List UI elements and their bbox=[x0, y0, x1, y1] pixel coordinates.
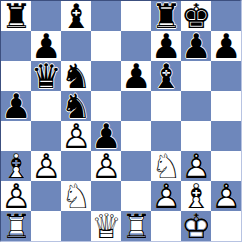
square-b2[interactable] bbox=[31, 181, 61, 211]
square-h7[interactable]: ♟ bbox=[211, 31, 241, 61]
white-rook[interactable]: ♜♖ bbox=[121, 211, 151, 241]
square-g5[interactable] bbox=[181, 91, 211, 121]
piece-outline: ♕ bbox=[91, 211, 121, 241]
black-bishop[interactable]: ♝ bbox=[61, 1, 91, 31]
black-queen[interactable]: ♛ bbox=[31, 61, 61, 91]
white-knight[interactable]: ♞♘ bbox=[61, 181, 91, 211]
white-pawn[interactable]: ♟♙ bbox=[31, 151, 61, 181]
black-rook[interactable]: ♜ bbox=[1, 1, 31, 31]
square-d6[interactable] bbox=[91, 61, 121, 91]
square-h6[interactable] bbox=[211, 61, 241, 91]
square-c1[interactable] bbox=[61, 211, 91, 241]
piece-outline: ♙ bbox=[91, 151, 121, 181]
square-h1[interactable] bbox=[211, 211, 241, 241]
piece-outline: ♙ bbox=[151, 181, 181, 211]
square-b3[interactable]: ♟♙ bbox=[31, 151, 61, 181]
square-h2[interactable]: ♟♙ bbox=[211, 181, 241, 211]
square-d1[interactable]: ♛♕ bbox=[91, 211, 121, 241]
piece-outline: ♙ bbox=[211, 181, 241, 211]
black-pawn[interactable]: ♟ bbox=[181, 31, 211, 61]
piece-outline: ♖ bbox=[1, 211, 31, 241]
square-a7[interactable] bbox=[1, 31, 31, 61]
square-h5[interactable] bbox=[211, 91, 241, 121]
square-e3[interactable] bbox=[121, 151, 151, 181]
piece-outline: ♔ bbox=[181, 211, 211, 241]
square-f2[interactable]: ♟♙ bbox=[151, 181, 181, 211]
piece-outline: ♙ bbox=[61, 121, 91, 151]
square-e4[interactable] bbox=[121, 121, 151, 151]
chess-board: ♜♝♜♚♟♟♟♟♛♞♟♝♟♞♟♙♟♝♗♟♙♟♙♞♘♟♙♟♙♞♘♟♙♝♗♟♙♜♖♛… bbox=[0, 0, 242, 242]
square-c4[interactable]: ♟♙ bbox=[61, 121, 91, 151]
black-pawn[interactable]: ♟ bbox=[1, 91, 31, 121]
square-b5[interactable] bbox=[31, 91, 61, 121]
square-e6[interactable]: ♟ bbox=[121, 61, 151, 91]
square-c8[interactable]: ♝ bbox=[61, 1, 91, 31]
square-e8[interactable] bbox=[121, 1, 151, 31]
black-pawn[interactable]: ♟ bbox=[211, 31, 241, 61]
square-b6[interactable]: ♛ bbox=[31, 61, 61, 91]
piece-outline: ♘ bbox=[61, 181, 91, 211]
square-c2[interactable]: ♞♘ bbox=[61, 181, 91, 211]
square-a1[interactable]: ♜♖ bbox=[1, 211, 31, 241]
white-pawn[interactable]: ♟♙ bbox=[151, 181, 181, 211]
square-d3[interactable]: ♟♙ bbox=[91, 151, 121, 181]
black-pawn[interactable]: ♟ bbox=[121, 61, 151, 91]
square-g6[interactable] bbox=[181, 61, 211, 91]
piece-outline: ♖ bbox=[121, 211, 151, 241]
white-pawn[interactable]: ♟♙ bbox=[91, 151, 121, 181]
white-pawn[interactable]: ♟♙ bbox=[61, 121, 91, 151]
square-d7[interactable] bbox=[91, 31, 121, 61]
piece-outline: ♙ bbox=[31, 151, 61, 181]
square-e5[interactable] bbox=[121, 91, 151, 121]
square-f1[interactable] bbox=[151, 211, 181, 241]
square-f6[interactable]: ♝ bbox=[151, 61, 181, 91]
white-pawn[interactable]: ♟♙ bbox=[211, 181, 241, 211]
square-h4[interactable] bbox=[211, 121, 241, 151]
square-d8[interactable] bbox=[91, 1, 121, 31]
square-b1[interactable] bbox=[31, 211, 61, 241]
square-e1[interactable]: ♜♖ bbox=[121, 211, 151, 241]
square-a5[interactable]: ♟ bbox=[1, 91, 31, 121]
white-rook[interactable]: ♜♖ bbox=[1, 211, 31, 241]
square-g7[interactable]: ♟ bbox=[181, 31, 211, 61]
black-bishop[interactable]: ♝ bbox=[151, 61, 181, 91]
square-f5[interactable] bbox=[151, 91, 181, 121]
white-queen[interactable]: ♛♕ bbox=[91, 211, 121, 241]
white-king[interactable]: ♚♔ bbox=[181, 211, 211, 241]
square-g1[interactable]: ♚♔ bbox=[181, 211, 211, 241]
square-a8[interactable]: ♜ bbox=[1, 1, 31, 31]
